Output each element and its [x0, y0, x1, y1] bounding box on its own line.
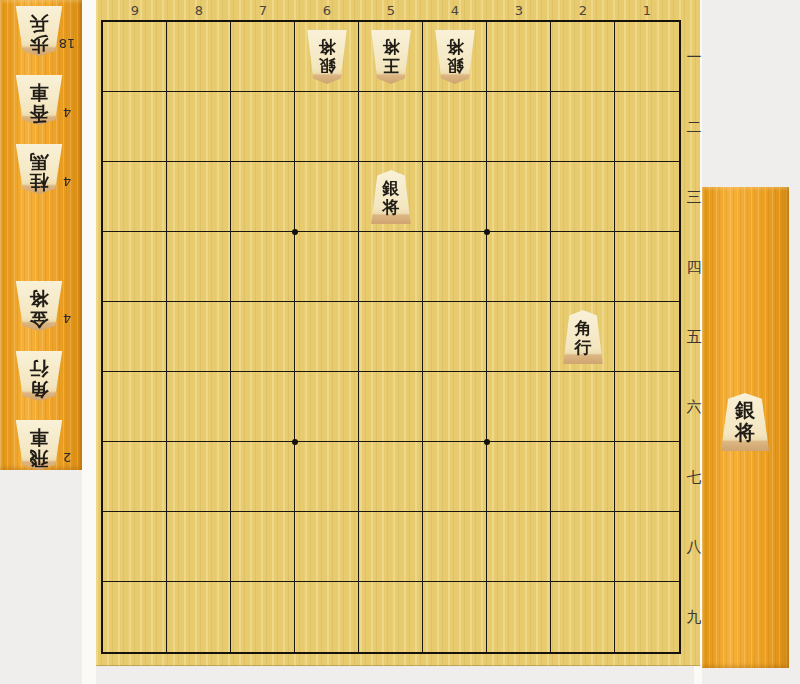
rank-label-5: 五: [685, 302, 703, 372]
cell-8-4[interactable]: [167, 232, 231, 302]
rank-coordinates: 一二三四五六七八九: [685, 22, 703, 652]
file-label-4: 4: [423, 0, 487, 20]
cell-7-9[interactable]: [231, 582, 295, 652]
rank-label-6: 六: [685, 372, 703, 442]
cell-1-1[interactable]: [615, 22, 679, 92]
cell-4-7[interactable]: [423, 442, 487, 512]
cell-7-5[interactable]: [231, 302, 295, 372]
cell-8-1[interactable]: [167, 22, 231, 92]
rank-label-4: 四: [685, 232, 703, 302]
hand-count-gote-knight: 4: [56, 174, 78, 189]
cell-7-1[interactable]: [231, 22, 295, 92]
cell-5-6[interactable]: [359, 372, 423, 442]
cell-1-8[interactable]: [615, 512, 679, 582]
gote-hand-slot-knight: 桂馬4: [0, 144, 82, 196]
file-label-6: 6: [295, 0, 359, 20]
gote-hand-tray: 歩兵18香車4桂馬4金将4角行飛車2: [0, 0, 82, 470]
cell-1-4[interactable]: [615, 232, 679, 302]
cell-8-5[interactable]: [167, 302, 231, 372]
star-point: [292, 439, 298, 445]
cell-1-2[interactable]: [615, 92, 679, 162]
rank-label-1: 一: [685, 22, 703, 92]
cell-9-8[interactable]: [103, 512, 167, 582]
cell-6-3[interactable]: [295, 162, 359, 232]
cell-5-5[interactable]: [359, 302, 423, 372]
file-label-5: 5: [359, 0, 423, 20]
cell-4-4[interactable]: [423, 232, 487, 302]
cell-2-9[interactable]: [551, 582, 615, 652]
cell-5-9[interactable]: [359, 582, 423, 652]
cell-6-2[interactable]: [295, 92, 359, 162]
star-point: [484, 229, 490, 235]
cell-1-9[interactable]: [615, 582, 679, 652]
file-label-9: 9: [103, 0, 167, 20]
file-label-2: 2: [551, 0, 615, 20]
cell-7-3[interactable]: [231, 162, 295, 232]
cell-6-7[interactable]: [295, 442, 359, 512]
cell-8-6[interactable]: [167, 372, 231, 442]
cell-3-6[interactable]: [487, 372, 551, 442]
cell-9-6[interactable]: [103, 372, 167, 442]
cell-9-3[interactable]: [103, 162, 167, 232]
cell-2-4[interactable]: [551, 232, 615, 302]
cell-4-9[interactable]: [423, 582, 487, 652]
cell-7-7[interactable]: [231, 442, 295, 512]
cell-4-5[interactable]: [423, 302, 487, 372]
cell-9-1[interactable]: [103, 22, 167, 92]
star-point: [484, 439, 490, 445]
cell-6-8[interactable]: [295, 512, 359, 582]
cell-9-9[interactable]: [103, 582, 167, 652]
gote-hand-slot-pawn: 歩兵18: [0, 6, 82, 58]
file-label-3: 3: [487, 0, 551, 20]
cell-8-3[interactable]: [167, 162, 231, 232]
cell-4-3[interactable]: [423, 162, 487, 232]
cell-3-5[interactable]: [487, 302, 551, 372]
cell-3-4[interactable]: [487, 232, 551, 302]
gote-hand-slot-gold: 金将4: [0, 281, 82, 333]
cell-2-6[interactable]: [551, 372, 615, 442]
cell-1-5[interactable]: [615, 302, 679, 372]
cell-5-7[interactable]: [359, 442, 423, 512]
file-label-8: 8: [167, 0, 231, 20]
cell-2-8[interactable]: [551, 512, 615, 582]
sente-hand-slot-silver: 銀将: [702, 393, 789, 453]
cell-1-7[interactable]: [615, 442, 679, 512]
cell-3-7[interactable]: [487, 442, 551, 512]
hand-count-gote-lance: 4: [56, 105, 78, 120]
cell-8-9[interactable]: [167, 582, 231, 652]
file-coordinates: 987654321: [103, 0, 679, 20]
cell-5-4[interactable]: [359, 232, 423, 302]
star-point: [292, 229, 298, 235]
file-label-1: 1: [615, 0, 679, 20]
cell-5-8[interactable]: [359, 512, 423, 582]
cell-6-6[interactable]: [295, 372, 359, 442]
cell-3-9[interactable]: [487, 582, 551, 652]
hand-count-gote-gold: 4: [56, 311, 78, 326]
cell-5-2[interactable]: [359, 92, 423, 162]
cell-7-6[interactable]: [231, 372, 295, 442]
cell-9-7[interactable]: [103, 442, 167, 512]
cell-1-3[interactable]: [615, 162, 679, 232]
cell-2-2[interactable]: [551, 92, 615, 162]
gote-hand-slot-rook: 飛車2: [0, 420, 82, 472]
cell-2-7[interactable]: [551, 442, 615, 512]
cell-8-2[interactable]: [167, 92, 231, 162]
cell-9-4[interactable]: [103, 232, 167, 302]
cell-4-2[interactable]: [423, 92, 487, 162]
hand-count-gote-pawn: 18: [56, 36, 78, 51]
hand-piece-gote-bishop[interactable]: 角行: [12, 351, 66, 401]
cell-9-2[interactable]: [103, 92, 167, 162]
cell-8-7[interactable]: [167, 442, 231, 512]
cell-8-8[interactable]: [167, 512, 231, 582]
cell-4-8[interactable]: [423, 512, 487, 582]
hand-count-gote-rook: 2: [56, 450, 78, 465]
cell-2-3[interactable]: [551, 162, 615, 232]
rank-label-3: 三: [685, 162, 703, 232]
cell-9-5[interactable]: [103, 302, 167, 372]
rank-label-9: 九: [685, 582, 703, 652]
sente-hand-tray: 銀将: [702, 187, 789, 668]
gote-hand-slot-bishop: 角行: [0, 351, 82, 403]
shogi-board: 987654321 一二三四五六七八九 銀将王将銀将銀将角行: [96, 0, 700, 666]
cell-1-6[interactable]: [615, 372, 679, 442]
cell-3-2[interactable]: [487, 92, 551, 162]
divider-left: [82, 0, 96, 684]
cell-7-8[interactable]: [231, 512, 295, 582]
cell-7-4[interactable]: [231, 232, 295, 302]
rank-label-2: 二: [685, 92, 703, 162]
cell-4-6[interactable]: [423, 372, 487, 442]
cell-2-1[interactable]: [551, 22, 615, 92]
cell-6-9[interactable]: [295, 582, 359, 652]
gote-hand-slot-lance: 香車4: [0, 75, 82, 127]
rank-label-8: 八: [685, 512, 703, 582]
rank-label-7: 七: [685, 442, 703, 512]
cell-7-2[interactable]: [231, 92, 295, 162]
cell-3-1[interactable]: [487, 22, 551, 92]
cell-6-5[interactable]: [295, 302, 359, 372]
cell-3-3[interactable]: [487, 162, 551, 232]
piece-kanji: 銀将: [717, 393, 773, 451]
shogi-app: 歩兵18香車4桂馬4金将4角行飛車2 987654321 一二三四五六七八九 銀…: [0, 0, 800, 684]
hand-piece-sente-silver[interactable]: 銀将: [717, 393, 773, 451]
file-label-7: 7: [231, 0, 295, 20]
piece-kanji: 角行: [12, 351, 66, 401]
cell-6-4[interactable]: [295, 232, 359, 302]
cell-3-8[interactable]: [487, 512, 551, 582]
